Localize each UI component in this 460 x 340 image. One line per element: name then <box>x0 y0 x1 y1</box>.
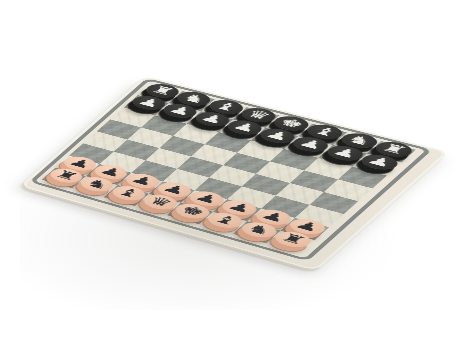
product-photo-background: ♜♞♝♛♚♝♞♜♟♟♟♟♟♟♟♟♟♟♟♟♟♟♟♟♜♞♝♛♚♝♞♜ <box>0 0 460 340</box>
board-pieces: ♜♞♝♛♚♝♞♜♟♟♟♟♟♟♟♟♟♟♟♟♟♟♟♟♜♞♝♛♚♝♞♜ <box>42 83 416 253</box>
chess-board: ♜♞♝♛♚♝♞♜♟♟♟♟♟♟♟♟♟♟♟♟♟♟♟♟♜♞♝♛♚♝♞♜ <box>20 76 449 271</box>
